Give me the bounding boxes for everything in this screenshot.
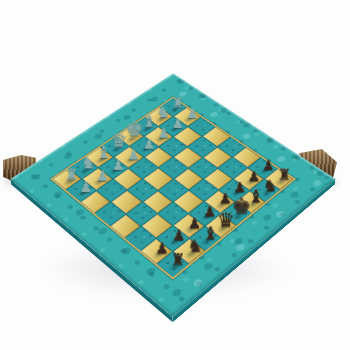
piece-shadow [198,233,217,248]
piece-shadow [167,104,183,115]
square-e6 [189,180,218,202]
piece-shadow [259,186,277,200]
piece-shadow [229,209,247,223]
piece-shadow [273,175,290,188]
piece-shadow [214,221,233,236]
square-c6 [158,202,188,225]
piece-shadow [182,246,201,261]
piece-shadow [213,197,231,211]
product-photo-stage: ♜♞♝♛♚♝♞♜♟♟♟♟♟♟♟♟♟♟♟♟♟♟♟♟♜♞♝♛♚♝♞♜ [0,0,350,350]
white-rook: ♜ [65,168,79,183]
black-rook: ♜ [278,168,292,183]
playing-field: ♜♞♝♛♚♝♞♜♟♟♟♟♟♟♟♟♟♟♟♟♟♟♟♟♜♞♝♛♚♝♞♜ [50,97,296,280]
piece-shadow [107,164,125,177]
square-a3 [81,191,111,213]
piece-shadow [60,175,78,188]
perspective-scene: ♜♞♝♛♚♝♞♜♟♟♟♟♟♟♟♟♟♟♟♟♟♟♟♟♜♞♝♛♚♝♞♜ [0,0,350,350]
square-h8: ♜ [264,169,293,190]
piece-shadow [243,175,261,188]
piece-shadow [167,123,184,135]
piece-shadow [244,197,262,211]
piece-shadow [122,153,140,166]
square-h2: ♟ [174,108,201,126]
piece-shadow [91,175,109,188]
piece-shadow [228,186,246,200]
piece-shadow [166,259,186,275]
chess-board: ♜♞♝♛♚♝♞♜♟♟♟♟♟♟♟♟♟♟♟♟♟♟♟♟♜♞♝♛♚♝♞♜ [10,73,335,317]
piece-shadow [138,143,155,155]
